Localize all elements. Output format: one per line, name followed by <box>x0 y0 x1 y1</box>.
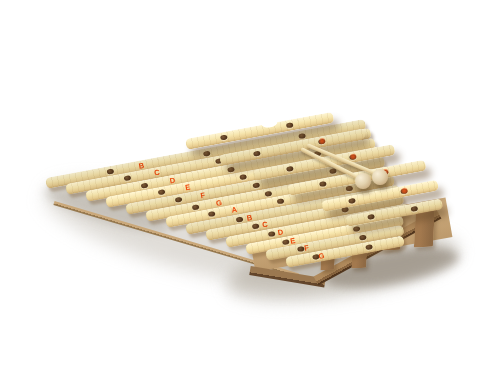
bar-marking <box>400 186 409 193</box>
bar-note-label: D <box>277 227 284 237</box>
mallet-head <box>355 173 371 189</box>
bar-hole <box>227 166 235 172</box>
bar-marking <box>349 152 358 159</box>
bar-hole <box>365 244 373 250</box>
bar-hole <box>219 134 227 140</box>
bar-note-label: F <box>200 190 206 200</box>
bar-hole <box>359 235 367 241</box>
bar-hole <box>286 165 294 171</box>
photo-canvas: BCDEFGABCDEFG <box>0 0 500 375</box>
bar-marking <box>318 137 327 144</box>
bar-hole <box>140 182 148 188</box>
bar-hole <box>191 204 199 210</box>
bar-hole <box>202 150 210 156</box>
bar-hole <box>264 190 272 196</box>
bar-hole <box>252 223 260 229</box>
bar-hole <box>174 197 182 203</box>
bar-hole <box>107 168 115 174</box>
bar-hole <box>252 182 260 188</box>
bar-hole <box>253 150 261 156</box>
mallet-head <box>372 169 388 185</box>
bar-notch-cutout <box>261 117 278 129</box>
bar-hole <box>268 231 276 237</box>
bar-note-label: F <box>304 243 310 253</box>
bar-hole <box>345 186 353 192</box>
bar-hole <box>410 205 418 211</box>
bar-hole <box>277 198 285 204</box>
bar-hole <box>353 225 361 231</box>
bar-hole <box>236 216 244 222</box>
bar-hole <box>298 132 306 138</box>
bar-hole <box>240 174 248 180</box>
bar-hole <box>367 213 375 219</box>
bar-hole <box>123 175 131 181</box>
bar-hole <box>157 189 165 195</box>
bar-note-label: G <box>318 251 325 261</box>
bar-hole <box>286 122 294 128</box>
bar-hole <box>348 197 356 203</box>
bar-hole <box>282 239 290 245</box>
bar-hole <box>319 180 327 186</box>
bar-hole <box>208 211 216 217</box>
